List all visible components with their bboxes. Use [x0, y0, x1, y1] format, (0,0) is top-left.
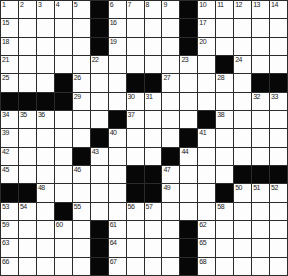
grid-cell[interactable]	[19, 74, 36, 91]
clue-number: 31	[146, 93, 153, 101]
grid-cell[interactable]	[162, 56, 179, 73]
clue-number: 13	[253, 1, 260, 9]
crossword-grid: 1234567891011121314151617181920212223242…	[0, 0, 288, 276]
grid-cell[interactable]	[19, 19, 36, 36]
grid-cell[interactable]	[252, 148, 269, 165]
grid-cell[interactable]	[73, 111, 90, 128]
grid-cell[interactable]: 54	[19, 203, 36, 220]
clue-number: 3	[38, 1, 41, 9]
grid-cell[interactable]	[216, 258, 233, 275]
grid-cell[interactable]	[37, 221, 54, 238]
grid-cell[interactable]	[109, 203, 126, 220]
grid-cell[interactable]: 37	[127, 111, 144, 128]
grid-cell[interactable]: 3	[37, 1, 54, 18]
grid-cell[interactable]	[55, 56, 72, 73]
black-cell	[145, 166, 162, 183]
grid-cell[interactable]: 38	[216, 111, 233, 128]
grid-cell[interactable]: 55	[73, 203, 90, 220]
grid-cell[interactable]: 53	[1, 203, 18, 220]
black-cell	[55, 203, 72, 220]
grid-cell[interactable]: 36	[37, 111, 54, 128]
grid-cell[interactable]	[55, 38, 72, 55]
black-cell	[180, 38, 197, 55]
grid-cell[interactable]	[55, 239, 72, 256]
grid-cell[interactable]	[234, 258, 251, 275]
grid-cell[interactable]	[198, 203, 215, 220]
grid-cell[interactable]	[180, 74, 197, 91]
grid-cell[interactable]	[109, 184, 126, 201]
clue-number: 49	[163, 184, 170, 192]
grid-cell[interactable]: 5	[73, 1, 90, 18]
grid-cell[interactable]: 50	[234, 184, 251, 201]
grid-cell[interactable]	[37, 129, 54, 146]
grid-cell[interactable]	[91, 74, 108, 91]
clue-number: 59	[2, 221, 9, 229]
grid-cell[interactable]: 66	[1, 258, 18, 275]
grid-cell[interactable]: 28	[216, 74, 233, 91]
grid-cell[interactable]: 60	[55, 221, 72, 238]
grid-cell[interactable]	[19, 258, 36, 275]
grid-cell[interactable]	[73, 221, 90, 238]
clue-number: 17	[199, 19, 206, 27]
grid-cell[interactable]	[252, 111, 269, 128]
grid-cell[interactable]	[270, 221, 287, 238]
clue-number: 26	[74, 74, 81, 82]
clue-number: 44	[181, 148, 188, 156]
grid-cell[interactable]	[127, 221, 144, 238]
grid-cell[interactable]: 47	[162, 166, 179, 183]
grid-cell[interactable]	[37, 239, 54, 256]
grid-cell[interactable]	[162, 111, 179, 128]
grid-cell[interactable]: 49	[162, 184, 179, 201]
grid-cell[interactable]: 52	[270, 184, 287, 201]
clue-number: 9	[163, 1, 166, 9]
grid-cell[interactable]	[73, 38, 90, 55]
grid-cell[interactable]	[234, 93, 251, 110]
clue-number: 34	[2, 111, 9, 119]
grid-cell[interactable]	[234, 38, 251, 55]
grid-cell[interactable]	[252, 38, 269, 55]
black-cell	[55, 74, 72, 91]
clue-number: 24	[235, 56, 242, 64]
clue-number: 4	[56, 1, 59, 9]
clue-number: 61	[110, 221, 117, 229]
grid-cell[interactable]: 15	[1, 19, 18, 36]
black-cell	[270, 166, 287, 183]
grid-cell[interactable]	[19, 129, 36, 146]
black-cell	[162, 148, 179, 165]
grid-cell[interactable]	[234, 129, 251, 146]
black-cell	[234, 166, 251, 183]
grid-cell[interactable]	[127, 129, 144, 146]
grid-cell[interactable]: 32	[252, 93, 269, 110]
clue-number: 48	[38, 184, 45, 192]
clue-number: 10	[199, 1, 206, 9]
black-cell	[180, 239, 197, 256]
grid-cell[interactable]: 26	[73, 74, 90, 91]
black-cell	[127, 166, 144, 183]
clue-number: 28	[217, 74, 224, 82]
grid-cell[interactable]	[270, 203, 287, 220]
grid-cell[interactable]: 18	[1, 38, 18, 55]
grid-cell[interactable]: 39	[1, 129, 18, 146]
grid-cell[interactable]	[19, 239, 36, 256]
black-cell	[91, 221, 108, 238]
grid-cell[interactable]	[180, 166, 197, 183]
grid-cell[interactable]: 43	[91, 148, 108, 165]
clue-number: 29	[74, 93, 81, 101]
grid-cell[interactable]	[37, 203, 54, 220]
black-cell	[127, 184, 144, 201]
grid-cell[interactable]	[234, 239, 251, 256]
black-cell	[180, 221, 197, 238]
grid-cell[interactable]: 68	[198, 258, 215, 275]
grid-cell[interactable]	[145, 239, 162, 256]
grid-cell[interactable]: 51	[252, 184, 269, 201]
grid-cell[interactable]: 23	[180, 56, 197, 73]
grid-cell[interactable]: 31	[145, 93, 162, 110]
black-cell	[270, 74, 287, 91]
grid-cell[interactable]	[127, 239, 144, 256]
grid-cell[interactable]	[127, 19, 144, 36]
grid-cell[interactable]	[73, 239, 90, 256]
grid-cell[interactable]	[127, 148, 144, 165]
grid-cell[interactable]	[198, 184, 215, 201]
clue-number: 1	[2, 1, 5, 9]
black-cell	[91, 1, 108, 18]
grid-cell[interactable]	[73, 184, 90, 201]
clue-number: 37	[128, 111, 135, 119]
clue-number: 40	[110, 129, 117, 137]
grid-cell[interactable]	[216, 166, 233, 183]
grid-cell[interactable]	[162, 38, 179, 55]
grid-cell[interactable]: 20	[198, 38, 215, 55]
grid-cell[interactable]	[37, 258, 54, 275]
grid-cell[interactable]: 58	[216, 203, 233, 220]
clue-number: 35	[20, 111, 27, 119]
grid-cell[interactable]	[145, 111, 162, 128]
grid-cell[interactable]	[234, 148, 251, 165]
clue-number: 36	[38, 111, 45, 119]
clue-number: 30	[128, 93, 135, 101]
grid-cell[interactable]: 42	[1, 148, 18, 165]
black-cell	[216, 56, 233, 73]
clue-number: 67	[110, 258, 117, 266]
black-cell	[252, 74, 269, 91]
grid-cell[interactable]	[198, 93, 215, 110]
black-cell	[180, 1, 197, 18]
grid-cell[interactable]	[37, 166, 54, 183]
grid-cell[interactable]	[37, 38, 54, 55]
grid-cell[interactable]	[252, 19, 269, 36]
grid-cell[interactable]	[198, 56, 215, 73]
clue-number: 46	[74, 166, 81, 174]
black-cell	[180, 258, 197, 275]
grid-cell[interactable]	[162, 19, 179, 36]
grid-cell[interactable]	[73, 19, 90, 36]
grid-cell[interactable]	[162, 239, 179, 256]
grid-cell[interactable]	[198, 166, 215, 183]
clue-number: 20	[199, 38, 206, 46]
clue-number: 18	[2, 38, 9, 46]
grid-cell[interactable]	[19, 56, 36, 73]
grid-cell[interactable]: 33	[270, 93, 287, 110]
grid-cell[interactable]	[162, 203, 179, 220]
grid-cell[interactable]	[216, 221, 233, 238]
grid-cell[interactable]: 35	[19, 111, 36, 128]
grid-cell[interactable]	[270, 56, 287, 73]
black-cell	[145, 184, 162, 201]
grid-cell[interactable]	[270, 239, 287, 256]
grid-cell[interactable]	[252, 56, 269, 73]
grid-cell[interactable]: 9	[162, 1, 179, 18]
clue-number: 21	[2, 56, 9, 64]
clue-number: 65	[199, 239, 206, 247]
grid-cell[interactable]	[73, 258, 90, 275]
clue-number: 11	[217, 1, 223, 9]
grid-cell[interactable]	[37, 19, 54, 36]
clue-number: 2	[20, 1, 23, 9]
grid-cell[interactable]	[91, 111, 108, 128]
clue-number: 5	[74, 1, 77, 9]
grid-cell[interactable]: 1	[1, 1, 18, 18]
grid-cell[interactable]	[252, 258, 269, 275]
grid-cell[interactable]: 19	[109, 38, 126, 55]
grid-cell[interactable]	[234, 221, 251, 238]
grid-cell[interactable]: 61	[109, 221, 126, 238]
black-cell	[19, 93, 36, 110]
grid-cell[interactable]	[109, 93, 126, 110]
grid-cell[interactable]	[145, 19, 162, 36]
grid-cell[interactable]	[109, 166, 126, 183]
grid-cell[interactable]: 25	[1, 74, 18, 91]
grid-cell[interactable]	[216, 19, 233, 36]
clue-number: 39	[2, 129, 9, 137]
black-cell	[91, 258, 108, 275]
clue-number: 56	[128, 203, 135, 211]
grid-cell[interactable]	[145, 221, 162, 238]
grid-cell[interactable]: 6	[109, 1, 126, 18]
black-cell	[145, 74, 162, 91]
clue-number: 57	[146, 203, 153, 211]
grid-cell[interactable]: 11	[216, 1, 233, 18]
grid-cell[interactable]	[19, 38, 36, 55]
grid-cell[interactable]: 62	[198, 221, 215, 238]
grid-cell[interactable]: 41	[198, 129, 215, 146]
grid-cell[interactable]	[127, 56, 144, 73]
clue-number: 45	[2, 166, 9, 174]
clue-number: 19	[110, 38, 117, 46]
grid-cell[interactable]	[234, 74, 251, 91]
grid-cell[interactable]	[162, 129, 179, 146]
grid-cell[interactable]: 56	[127, 203, 144, 220]
clue-number: 15	[2, 19, 9, 27]
grid-cell[interactable]	[127, 258, 144, 275]
black-cell	[252, 166, 269, 183]
grid-cell[interactable]	[55, 19, 72, 36]
grid-cell[interactable]	[19, 166, 36, 183]
clue-number: 52	[271, 184, 278, 192]
black-cell	[180, 129, 197, 146]
grid-cell[interactable]: 45	[1, 166, 18, 183]
grid-cell[interactable]: 8	[145, 1, 162, 18]
grid-cell[interactable]	[180, 111, 197, 128]
grid-cell[interactable]	[55, 184, 72, 201]
grid-cell[interactable]: 17	[198, 19, 215, 36]
clue-number: 66	[2, 258, 9, 266]
clue-number: 8	[146, 1, 149, 9]
grid-cell[interactable]: 57	[145, 203, 162, 220]
grid-cell[interactable]	[162, 221, 179, 238]
grid-cell[interactable]: 27	[162, 74, 179, 91]
clue-number: 7	[128, 1, 131, 9]
grid-cell[interactable]	[55, 148, 72, 165]
grid-cell[interactable]	[252, 203, 269, 220]
clue-number: 63	[2, 239, 9, 247]
clue-number: 42	[2, 148, 9, 156]
grid-cell[interactable]	[252, 221, 269, 238]
grid-cell[interactable]	[270, 148, 287, 165]
black-cell	[91, 129, 108, 146]
grid-cell[interactable]	[252, 239, 269, 256]
black-cell	[198, 111, 215, 128]
grid-cell[interactable]: 10	[198, 1, 215, 18]
grid-cell[interactable]	[37, 74, 54, 91]
grid-cell[interactable]: 12	[234, 1, 251, 18]
grid-cell[interactable]	[91, 203, 108, 220]
grid-cell[interactable]: 48	[37, 184, 54, 201]
grid-cell[interactable]	[91, 166, 108, 183]
clue-number: 58	[217, 203, 224, 211]
grid-cell[interactable]	[162, 93, 179, 110]
grid-cell[interactable]: 24	[234, 56, 251, 73]
grid-cell[interactable]	[234, 111, 251, 128]
black-cell	[37, 93, 54, 110]
clue-number: 53	[2, 203, 9, 211]
grid-cell[interactable]: 4	[55, 1, 72, 18]
grid-cell[interactable]	[37, 56, 54, 73]
grid-cell[interactable]: 40	[109, 129, 126, 146]
grid-cell[interactable]	[270, 129, 287, 146]
grid-cell[interactable]: 13	[252, 1, 269, 18]
grid-cell[interactable]: 67	[109, 258, 126, 275]
grid-cell[interactable]: 59	[1, 221, 18, 238]
grid-cell[interactable]	[270, 38, 287, 55]
grid-cell[interactable]	[216, 148, 233, 165]
grid-cell[interactable]	[19, 221, 36, 238]
grid-cell[interactable]	[55, 258, 72, 275]
grid-cell[interactable]: 65	[198, 239, 215, 256]
grid-cell[interactable]	[198, 148, 215, 165]
grid-cell[interactable]: 63	[1, 239, 18, 256]
grid-cell[interactable]	[216, 38, 233, 55]
clue-number: 60	[56, 221, 63, 229]
black-cell	[91, 38, 108, 55]
grid-cell[interactable]	[198, 74, 215, 91]
grid-cell[interactable]	[145, 129, 162, 146]
grid-cell[interactable]	[145, 38, 162, 55]
black-cell	[1, 93, 18, 110]
grid-cell[interactable]	[109, 148, 126, 165]
grid-cell[interactable]	[216, 93, 233, 110]
grid-cell[interactable]	[180, 184, 197, 201]
grid-cell[interactable]	[162, 258, 179, 275]
black-cell	[180, 19, 197, 36]
grid-cell[interactable]	[37, 148, 54, 165]
grid-cell[interactable]	[145, 258, 162, 275]
grid-cell[interactable]	[234, 203, 251, 220]
grid-cell[interactable]	[145, 56, 162, 73]
grid-cell[interactable]	[270, 258, 287, 275]
clue-number: 55	[74, 203, 81, 211]
grid-cell[interactable]	[19, 148, 36, 165]
black-cell	[73, 148, 90, 165]
grid-cell[interactable]: 44	[180, 148, 197, 165]
grid-cell[interactable]	[91, 93, 108, 110]
clue-number: 23	[181, 56, 188, 64]
grid-cell[interactable]	[270, 19, 287, 36]
grid-cell[interactable]	[109, 74, 126, 91]
grid-cell[interactable]	[55, 166, 72, 183]
grid-cell[interactable]	[55, 111, 72, 128]
grid-cell[interactable]	[234, 19, 251, 36]
grid-cell[interactable]	[145, 148, 162, 165]
grid-cell[interactable]: 22	[91, 56, 108, 73]
grid-cell[interactable]	[109, 56, 126, 73]
clue-number: 14	[271, 1, 278, 9]
grid-cell[interactable]	[252, 129, 269, 146]
grid-cell[interactable]	[127, 38, 144, 55]
grid-cell[interactable]: 29	[73, 93, 90, 110]
black-cell	[91, 19, 108, 36]
clue-number: 64	[110, 239, 117, 247]
clue-number: 38	[217, 111, 224, 119]
black-cell	[109, 111, 126, 128]
black-cell	[91, 239, 108, 256]
clue-number: 32	[253, 93, 260, 101]
grid-cell[interactable]	[73, 129, 90, 146]
grid-cell[interactable]	[216, 239, 233, 256]
clue-number: 12	[235, 1, 242, 9]
grid-cell[interactable]	[216, 129, 233, 146]
grid-cell[interactable]	[55, 129, 72, 146]
clue-number: 62	[199, 221, 206, 229]
grid-cell[interactable]	[73, 56, 90, 73]
grid-cell[interactable]: 21	[1, 56, 18, 73]
grid-cell[interactable]: 30	[127, 93, 144, 110]
clue-number: 50	[235, 184, 242, 192]
grid-cell[interactable]: 64	[109, 239, 126, 256]
grid-cell[interactable]	[180, 93, 197, 110]
grid-cell[interactable]: 16	[109, 19, 126, 36]
grid-cell[interactable]	[180, 203, 197, 220]
clue-number: 54	[20, 203, 27, 211]
grid-cell[interactable]: 46	[73, 166, 90, 183]
grid-cell[interactable]: 7	[127, 1, 144, 18]
grid-cell[interactable]: 2	[19, 1, 36, 18]
clue-number: 43	[92, 148, 99, 156]
black-cell	[55, 93, 72, 110]
grid-cell[interactable]: 34	[1, 111, 18, 128]
clue-number: 25	[2, 74, 9, 82]
grid-cell[interactable]	[270, 111, 287, 128]
grid-cell[interactable]	[91, 184, 108, 201]
black-cell	[1, 184, 18, 201]
clue-number: 27	[163, 74, 170, 82]
grid-cell[interactable]: 14	[270, 1, 287, 18]
clue-number: 16	[110, 19, 117, 27]
clue-number: 33	[271, 93, 278, 101]
